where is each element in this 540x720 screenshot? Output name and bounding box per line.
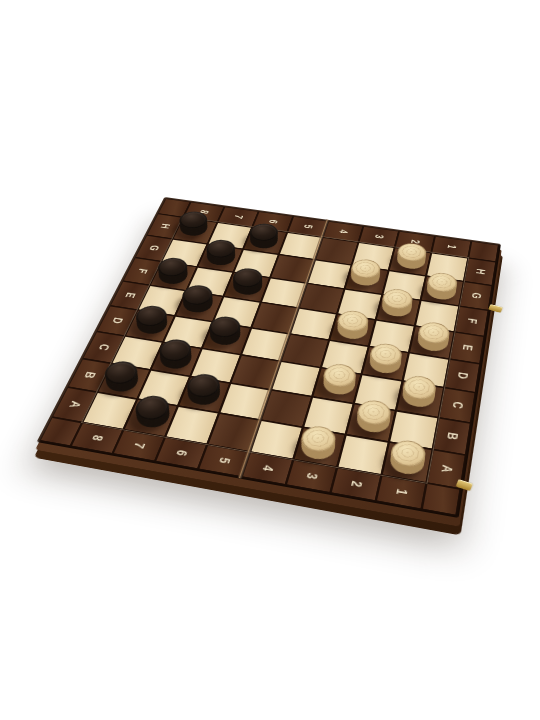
piece-black-A7[interactable] (133, 403, 174, 432)
edge-label-text: 6 (173, 449, 190, 458)
edge-label-right-C: C (440, 389, 475, 423)
edge-label-bottom-6: 6 (156, 438, 206, 468)
piece-light-C3[interactable] (321, 372, 358, 399)
piece-black-D8[interactable] (133, 314, 171, 338)
edge-label-text: 4 (259, 464, 276, 473)
edge-label-bottom-3: 3 (287, 461, 336, 492)
piece-light-G1[interactable] (425, 281, 457, 304)
edge-label-text: 7 (130, 441, 147, 449)
edge-label-text: 2 (348, 480, 365, 489)
edge-label-right-E: E (451, 333, 484, 363)
edge-label-text: 8 (89, 434, 106, 442)
edge-label-bottom-1: 1 (377, 476, 425, 508)
piece-light-A3[interactable] (298, 434, 337, 464)
edge-label-text: 3 (372, 234, 386, 240)
board-scene: 87654321HHGGFFEEDDCCBBAA87654321 (98, 142, 482, 526)
edge-label-right-G: G (460, 282, 491, 309)
piece-black-B6[interactable] (184, 382, 223, 409)
square-H4[interactable] (316, 238, 357, 264)
edge-label-text: A (438, 464, 455, 474)
edge-label-text: E (122, 292, 138, 299)
edge-label-text: E (460, 344, 475, 352)
edge-label-text: G (469, 292, 484, 300)
square-A2[interactable] (338, 436, 387, 474)
edge-label-text: A (66, 400, 84, 409)
edge-label-text: H (473, 268, 487, 275)
edge-label-right-H: H (465, 259, 495, 285)
product-photo: 87654321HHGGFFEEDDCCBBAA87654321 (0, 0, 540, 720)
edge-label-text: 1 (445, 244, 459, 250)
edge-label-text: 4 (336, 229, 350, 235)
edge-label-text: B (81, 371, 98, 380)
edge-label-bottom-4: 4 (243, 453, 292, 484)
edge-label-text: 3 (303, 472, 320, 481)
edge-label-text: 1 (393, 488, 410, 497)
edge-label-bottom-8: 8 (72, 423, 122, 452)
piece-light-D2[interactable] (367, 351, 403, 377)
edge-label-text: D (109, 317, 125, 325)
edge-label-text: F (135, 268, 150, 275)
square-F4[interactable] (300, 284, 344, 313)
piece-light-E3[interactable] (335, 319, 370, 343)
piece-light-B2[interactable] (354, 408, 392, 437)
edge-label-right-F: F (456, 307, 488, 336)
square-E4[interactable] (291, 309, 336, 340)
edge-label-right-D: D (445, 360, 479, 392)
edge-label-text: H (158, 223, 173, 230)
edge-label-text: D (455, 371, 471, 380)
edge-label-right-B: B (434, 419, 470, 454)
edge-label-bottom-2: 2 (332, 468, 380, 500)
frame-corner (423, 484, 459, 515)
edge-label-text: 7 (231, 214, 245, 219)
checkers-board: 87654321HHGGFFEEDDCCBBAA87654321 (37, 197, 501, 518)
edge-label-text: B (444, 431, 461, 441)
edge-label-text: G (146, 245, 161, 252)
piece-black-D6[interactable] (207, 324, 244, 349)
piece-light-A1[interactable] (388, 448, 426, 479)
edge-label-text: 5 (301, 224, 315, 230)
piece-light-C1[interactable] (400, 384, 436, 412)
edge-label-left-A: A (53, 388, 96, 422)
edge-label-text: 5 (216, 456, 233, 465)
piece-light-F2[interactable] (380, 297, 414, 320)
edge-label-bottom-7: 7 (114, 431, 164, 461)
edge-label-text: C (95, 343, 112, 351)
edge-label-text: C (449, 400, 465, 409)
piece-light-H2[interactable] (395, 251, 427, 272)
piece-light-G3[interactable] (349, 267, 382, 289)
frame-corner (41, 418, 81, 445)
frame-corner (469, 242, 498, 262)
edge-label-text: F (464, 318, 479, 325)
piece-light-E1[interactable] (416, 330, 450, 355)
